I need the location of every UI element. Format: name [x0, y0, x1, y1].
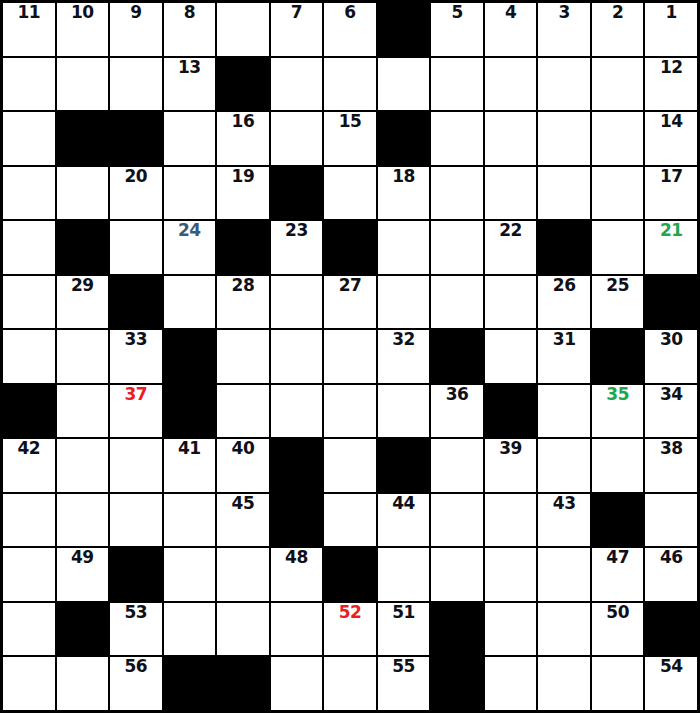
- cell-r1c4[interactable]: 8: [164, 3, 216, 56]
- cell-r9c4[interactable]: 41: [164, 439, 216, 492]
- clue-number: 16: [232, 113, 255, 131]
- cell-r11c2[interactable]: 49: [57, 548, 109, 601]
- cell-r8c6[interactable]: [271, 385, 323, 438]
- cell-r8c2[interactable]: [57, 385, 109, 438]
- clue-number: 53: [125, 604, 148, 622]
- cell-r10c10[interactable]: [485, 494, 537, 547]
- clue-number: 5: [451, 4, 462, 22]
- cell-r5c13[interactable]: 21: [645, 221, 697, 274]
- cell-r3c11[interactable]: [538, 112, 590, 165]
- cell-r4c12[interactable]: [592, 167, 644, 220]
- clue-number: 37: [125, 386, 148, 404]
- black-cell-r9c6: [271, 439, 323, 492]
- clue-number: 17: [660, 168, 683, 186]
- black-cell-r6c3: [110, 276, 162, 329]
- clue-number: 35: [606, 386, 629, 404]
- cell-r6c2[interactable]: 29: [57, 276, 109, 329]
- clue-number: 55: [392, 658, 415, 676]
- cell-r6c1[interactable]: [3, 276, 55, 329]
- clue-number: 25: [606, 277, 629, 295]
- cell-r10c9[interactable]: [431, 494, 483, 547]
- cell-r6c4[interactable]: [164, 276, 216, 329]
- cell-r9c1[interactable]: 42: [3, 439, 55, 492]
- cell-r5c12[interactable]: [592, 221, 644, 274]
- cell-r8c3[interactable]: 37: [110, 385, 162, 438]
- cell-r7c2[interactable]: [57, 330, 109, 383]
- cell-r7c5[interactable]: [217, 330, 269, 383]
- cell-r9c7[interactable]: [324, 439, 376, 492]
- cell-r12c1[interactable]: [3, 603, 55, 656]
- cell-r11c9[interactable]: [431, 548, 483, 601]
- cell-r12c5[interactable]: [217, 603, 269, 656]
- cell-r8c8[interactable]: [378, 385, 430, 438]
- clue-number: 38: [660, 440, 683, 458]
- cell-r9c11[interactable]: [538, 439, 590, 492]
- clue-number: 23: [285, 222, 308, 240]
- cell-r2c1[interactable]: [3, 58, 55, 111]
- cell-r7c1[interactable]: [3, 330, 55, 383]
- cell-r1c12[interactable]: 2: [592, 3, 644, 56]
- cell-r7c13[interactable]: 30: [645, 330, 697, 383]
- clue-number: 21: [660, 222, 683, 240]
- cell-r2c10[interactable]: [485, 58, 537, 111]
- black-cell-r10c12: [592, 494, 644, 547]
- black-cell-r13c9: [431, 657, 483, 710]
- cell-r6c9[interactable]: [431, 276, 483, 329]
- clue-number: 52: [339, 604, 362, 622]
- black-cell-r13c4: [164, 657, 216, 710]
- black-cell-r4c6: [271, 167, 323, 220]
- clue-number: 19: [232, 168, 255, 186]
- clue-number: 40: [232, 440, 255, 458]
- cell-r13c8[interactable]: 55: [378, 657, 430, 710]
- cell-r7c7[interactable]: [324, 330, 376, 383]
- cell-r11c4[interactable]: [164, 548, 216, 601]
- cell-r12c12[interactable]: 50: [592, 603, 644, 656]
- cell-r6c11[interactable]: 26: [538, 276, 590, 329]
- cell-r6c12[interactable]: 25: [592, 276, 644, 329]
- cell-r13c1[interactable]: [3, 657, 55, 710]
- clue-number: 28: [232, 277, 255, 295]
- cell-r10c7[interactable]: [324, 494, 376, 547]
- cell-r11c1[interactable]: [3, 548, 55, 601]
- cell-r4c13[interactable]: 17: [645, 167, 697, 220]
- cell-r11c13[interactable]: 46: [645, 548, 697, 601]
- clue-number: 12: [660, 59, 683, 77]
- cell-r4c5[interactable]: 19: [217, 167, 269, 220]
- cell-r6c7[interactable]: 27: [324, 276, 376, 329]
- cell-r7c3[interactable]: 33: [110, 330, 162, 383]
- cell-r11c11[interactable]: [538, 548, 590, 601]
- black-cell-r9c8: [378, 439, 430, 492]
- black-cell-r11c3: [110, 548, 162, 601]
- cell-r8c9[interactable]: 36: [431, 385, 483, 438]
- cell-r1c6[interactable]: 7: [271, 3, 323, 56]
- black-cell-r3c3: [110, 112, 162, 165]
- cell-r11c10[interactable]: [485, 548, 537, 601]
- black-cell-r12c9: [431, 603, 483, 656]
- cell-r2c13[interactable]: 12: [645, 58, 697, 111]
- clue-number: 46: [660, 549, 683, 567]
- cell-r1c3[interactable]: 9: [110, 3, 162, 56]
- cell-r5c10[interactable]: 22: [485, 221, 537, 274]
- clue-number: 54: [660, 658, 683, 676]
- cell-r4c2[interactable]: [57, 167, 109, 220]
- cell-r9c2[interactable]: [57, 439, 109, 492]
- clue-number: 14: [660, 113, 683, 131]
- clue-number: 11: [17, 4, 40, 22]
- cell-r10c5[interactable]: 45: [217, 494, 269, 547]
- cell-r4c8[interactable]: 18: [378, 167, 430, 220]
- cell-r12c10[interactable]: [485, 603, 537, 656]
- clue-number: 15: [339, 113, 362, 131]
- black-cell-r12c13: [645, 603, 697, 656]
- cell-r8c7[interactable]: [324, 385, 376, 438]
- black-cell-r12c2: [57, 603, 109, 656]
- clue-number: 24: [178, 222, 201, 240]
- cell-r12c3[interactable]: 53: [110, 603, 162, 656]
- clue-number: 20: [125, 168, 148, 186]
- clue-number: 49: [71, 549, 94, 567]
- cell-r6c10[interactable]: [485, 276, 537, 329]
- cell-r2c3[interactable]: [110, 58, 162, 111]
- cell-r3c12[interactable]: [592, 112, 644, 165]
- cell-r7c10[interactable]: [485, 330, 537, 383]
- cell-r3c10[interactable]: [485, 112, 537, 165]
- cell-r1c5[interactable]: [217, 3, 269, 56]
- cell-r6c8[interactable]: [378, 276, 430, 329]
- cell-r3c13[interactable]: 14: [645, 112, 697, 165]
- cell-r1c10[interactable]: 4: [485, 3, 537, 56]
- cell-r5c3[interactable]: [110, 221, 162, 274]
- cell-r2c11[interactable]: [538, 58, 590, 111]
- cell-r13c6[interactable]: [271, 657, 323, 710]
- clue-number: 27: [339, 277, 362, 295]
- clue-number: 9: [130, 4, 141, 22]
- cell-r1c2[interactable]: 10: [57, 3, 109, 56]
- cell-r1c9[interactable]: 5: [431, 3, 483, 56]
- cell-r9c10[interactable]: 39: [485, 439, 537, 492]
- clue-number: 51: [392, 604, 415, 622]
- cell-r4c7[interactable]: [324, 167, 376, 220]
- black-cell-r13c5: [217, 657, 269, 710]
- cell-r3c4[interactable]: [164, 112, 216, 165]
- clue-number: 32: [392, 331, 415, 349]
- clue-number: 13: [178, 59, 201, 77]
- cell-r12c11[interactable]: [538, 603, 590, 656]
- black-cell-r5c7: [324, 221, 376, 274]
- clue-number: 3: [558, 4, 569, 22]
- cell-r2c7[interactable]: [324, 58, 376, 111]
- cell-r11c12[interactable]: 47: [592, 548, 644, 601]
- clue-number: 22: [499, 222, 522, 240]
- cell-r4c11[interactable]: [538, 167, 590, 220]
- cell-r10c11[interactable]: 43: [538, 494, 590, 547]
- cell-r1c11[interactable]: 3: [538, 3, 590, 56]
- black-cell-r5c2: [57, 221, 109, 274]
- black-cell-r10c6: [271, 494, 323, 547]
- cell-r13c12[interactable]: [592, 657, 644, 710]
- black-cell-r2c5: [217, 58, 269, 111]
- cell-r8c13[interactable]: 34: [645, 385, 697, 438]
- black-cell-r5c11: [538, 221, 590, 274]
- cell-r9c12[interactable]: [592, 439, 644, 492]
- cell-r13c2[interactable]: [57, 657, 109, 710]
- cell-r10c8[interactable]: 44: [378, 494, 430, 547]
- cell-r9c9[interactable]: [431, 439, 483, 492]
- cell-r2c9[interactable]: [431, 58, 483, 111]
- black-cell-r6c13: [645, 276, 697, 329]
- cell-r13c11[interactable]: [538, 657, 590, 710]
- cell-r13c3[interactable]: 56: [110, 657, 162, 710]
- cell-r12c7[interactable]: 52: [324, 603, 376, 656]
- clue-number: 42: [17, 440, 40, 458]
- clue-number: 56: [125, 658, 148, 676]
- cell-r5c4[interactable]: 24: [164, 221, 216, 274]
- crossword-board: 1110987654321131216151420191817242322212…: [0, 0, 700, 713]
- clue-number: 7: [291, 4, 302, 22]
- cell-r10c3[interactable]: [110, 494, 162, 547]
- clue-number: 33: [125, 331, 148, 349]
- cell-r10c2[interactable]: [57, 494, 109, 547]
- clue-number: 41: [178, 440, 201, 458]
- black-cell-r11c7: [324, 548, 376, 601]
- cell-r9c5[interactable]: 40: [217, 439, 269, 492]
- clue-number: 10: [71, 4, 94, 22]
- cell-r3c6[interactable]: [271, 112, 323, 165]
- clue-number: 4: [505, 4, 516, 22]
- cell-r7c8[interactable]: 32: [378, 330, 430, 383]
- cell-r3c1[interactable]: [3, 112, 55, 165]
- cell-r10c4[interactable]: [164, 494, 216, 547]
- cell-r2c12[interactable]: [592, 58, 644, 111]
- clue-number: 34: [660, 386, 683, 404]
- black-cell-r7c9: [431, 330, 483, 383]
- cell-r4c3[interactable]: 20: [110, 167, 162, 220]
- cell-r4c10[interactable]: [485, 167, 537, 220]
- cell-r8c5[interactable]: [217, 385, 269, 438]
- cell-r13c13[interactable]: 54: [645, 657, 697, 710]
- cell-r8c11[interactable]: [538, 385, 590, 438]
- clue-number: 31: [553, 331, 576, 349]
- cell-r1c1[interactable]: 11: [3, 3, 55, 56]
- cell-r11c6[interactable]: 48: [271, 548, 323, 601]
- cell-r3c7[interactable]: 15: [324, 112, 376, 165]
- clue-number: 47: [606, 549, 629, 567]
- clue-number: 26: [553, 277, 576, 295]
- cell-r13c7[interactable]: [324, 657, 376, 710]
- clue-number: 8: [184, 4, 195, 22]
- cell-r6c6[interactable]: [271, 276, 323, 329]
- cell-r10c1[interactable]: [3, 494, 55, 547]
- black-cell-r7c12: [592, 330, 644, 383]
- clue-number: 6: [344, 4, 355, 22]
- clue-number: 18: [392, 168, 415, 186]
- cell-r5c6[interactable]: 23: [271, 221, 323, 274]
- cell-r1c7[interactable]: 6: [324, 3, 376, 56]
- clue-number: 39: [499, 440, 522, 458]
- clue-number: 43: [553, 495, 576, 513]
- cell-r2c2[interactable]: [57, 58, 109, 111]
- cell-r2c8[interactable]: [378, 58, 430, 111]
- cell-r9c3[interactable]: [110, 439, 162, 492]
- cell-r4c4[interactable]: [164, 167, 216, 220]
- black-cell-r1c8: [378, 3, 430, 56]
- cell-r5c1[interactable]: [3, 221, 55, 274]
- cell-r8c12[interactable]: 35: [592, 385, 644, 438]
- cell-r9c13[interactable]: 38: [645, 439, 697, 492]
- black-cell-r8c10: [485, 385, 537, 438]
- cell-r5c9[interactable]: [431, 221, 483, 274]
- cell-r2c4[interactable]: 13: [164, 58, 216, 111]
- cell-r7c6[interactable]: [271, 330, 323, 383]
- cell-r11c5[interactable]: [217, 548, 269, 601]
- black-cell-r5c5: [217, 221, 269, 274]
- clue-number: 2: [612, 4, 623, 22]
- clue-number: 29: [71, 277, 94, 295]
- cell-r12c6[interactable]: [271, 603, 323, 656]
- clue-number: 44: [392, 495, 415, 513]
- cell-r5c8[interactable]: [378, 221, 430, 274]
- clue-number: 30: [660, 331, 683, 349]
- cell-r4c1[interactable]: [3, 167, 55, 220]
- cell-r10c13[interactable]: [645, 494, 697, 547]
- clue-number: 50: [606, 604, 629, 622]
- cell-r13c10[interactable]: [485, 657, 537, 710]
- clue-number: 36: [446, 386, 469, 404]
- cell-r3c9[interactable]: [431, 112, 483, 165]
- clue-number: 48: [285, 549, 308, 567]
- black-cell-r3c2: [57, 112, 109, 165]
- black-cell-r8c4: [164, 385, 216, 438]
- cell-r7c11[interactable]: 31: [538, 330, 590, 383]
- cell-r4c9[interactable]: [431, 167, 483, 220]
- black-cell-r3c8: [378, 112, 430, 165]
- black-cell-r8c1: [3, 385, 55, 438]
- cell-r2c6[interactable]: [271, 58, 323, 111]
- cell-r12c8[interactable]: 51: [378, 603, 430, 656]
- cell-r3c5[interactable]: 16: [217, 112, 269, 165]
- cell-r11c8[interactable]: [378, 548, 430, 601]
- clue-number: 45: [232, 495, 255, 513]
- cell-r12c4[interactable]: [164, 603, 216, 656]
- black-cell-r7c4: [164, 330, 216, 383]
- cell-r1c13[interactable]: 1: [645, 3, 697, 56]
- cell-r6c5[interactable]: 28: [217, 276, 269, 329]
- clue-number: 1: [666, 4, 677, 22]
